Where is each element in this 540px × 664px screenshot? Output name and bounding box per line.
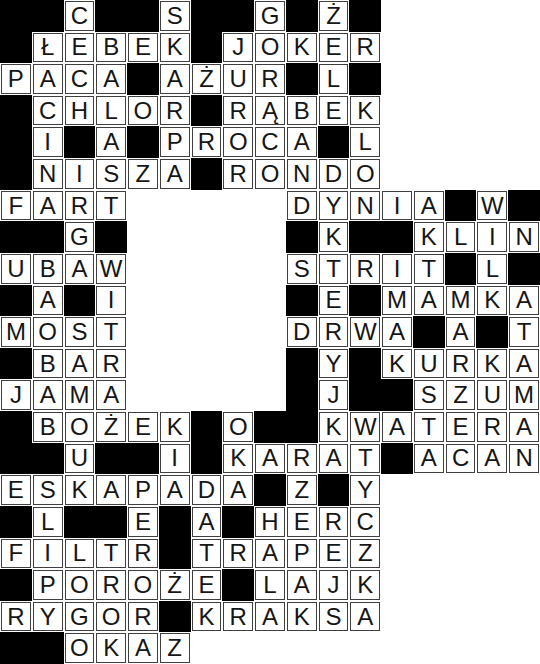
cell-r6c10[interactable]: N <box>286 158 318 190</box>
cell-r4c10[interactable]: B <box>286 95 318 127</box>
void-r21c13 <box>381 632 413 664</box>
void-r16c14 <box>413 474 445 506</box>
cell-r19c11[interactable]: J <box>318 569 350 601</box>
cell-r19c6[interactable]: Ż <box>159 569 191 601</box>
cell-r19c5[interactable]: O <box>127 569 159 601</box>
cell-r10c16[interactable]: K <box>476 285 508 317</box>
cell-r6c6[interactable]: A <box>159 158 191 190</box>
cell-r15c15[interactable]: C <box>445 443 477 475</box>
cell-r11c4[interactable]: T <box>95 316 127 348</box>
cell-r10c13[interactable]: M <box>381 285 413 317</box>
cell-r17c9[interactable]: H <box>254 506 286 538</box>
cell-r7c3[interactable]: R <box>64 190 96 222</box>
cell-r20c12[interactable]: A <box>349 601 381 633</box>
void-r6c16 <box>476 158 508 190</box>
cell-r16c7[interactable]: D <box>191 474 223 506</box>
cell-r7c1[interactable]: F <box>0 190 32 222</box>
void-r10c6 <box>159 285 191 317</box>
cell-r15c14[interactable]: A <box>413 443 445 475</box>
cell-r4c8[interactable]: R <box>222 95 254 127</box>
black-cell-r13c12 <box>349 379 381 411</box>
cell-r12c14[interactable]: U <box>413 348 445 380</box>
cell-r11c12[interactable]: W <box>349 316 381 348</box>
cell-r19c9[interactable]: L <box>254 569 286 601</box>
cell-r14c2[interactable]: B <box>32 411 64 443</box>
cell-r7c16[interactable]: W <box>476 190 508 222</box>
black-cell-r16c9 <box>254 474 286 506</box>
cell-r2c11[interactable]: E <box>318 32 350 64</box>
cell-r16c4[interactable]: A <box>95 474 127 506</box>
black-cell-r8c10 <box>286 221 318 253</box>
cell-r20c3[interactable]: G <box>64 601 96 633</box>
void-r16c17 <box>508 474 540 506</box>
cell-r17c5[interactable]: E <box>127 506 159 538</box>
void-r10c9 <box>254 285 286 317</box>
cell-r19c4[interactable]: R <box>95 569 127 601</box>
black-cell-r7c15 <box>445 190 477 222</box>
cell-r8c15[interactable]: L <box>445 221 477 253</box>
cell-r18c3[interactable]: L <box>64 538 96 570</box>
black-cell-r17c4 <box>95 506 127 538</box>
void-r11c6 <box>159 316 191 348</box>
cell-r12c13[interactable]: K <box>381 348 413 380</box>
void-r7c5 <box>127 190 159 222</box>
cell-r5c6[interactable]: P <box>159 126 191 158</box>
cell-r12c16[interactable]: K <box>476 348 508 380</box>
cell-r8c16[interactable]: I <box>476 221 508 253</box>
cell-r11c15[interactable]: A <box>445 316 477 348</box>
cell-r10c14[interactable]: A <box>413 285 445 317</box>
cell-r13c3[interactable]: M <box>64 379 96 411</box>
cell-r12c17[interactable]: A <box>508 348 540 380</box>
cell-r21c6[interactable]: Z <box>159 632 191 664</box>
void-r8c7 <box>191 221 223 253</box>
void-r3c13 <box>381 63 413 95</box>
cell-r7c12[interactable]: N <box>349 190 381 222</box>
void-r20c17 <box>508 601 540 633</box>
cell-r2c4[interactable]: B <box>95 32 127 64</box>
cell-r3c4[interactable]: A <box>95 63 127 95</box>
void-r13c8 <box>222 379 254 411</box>
cell-r13c15[interactable]: Z <box>445 379 477 411</box>
black-cell-r10c3 <box>64 285 96 317</box>
cell-r18c7[interactable]: T <box>191 538 223 570</box>
black-cell-r5c5 <box>127 126 159 158</box>
cell-r1c6[interactable]: S <box>159 0 191 32</box>
cell-r9c1[interactable]: U <box>0 253 32 285</box>
cell-r17c12[interactable]: C <box>349 506 381 538</box>
cell-r20c10[interactable]: K <box>286 601 318 633</box>
cell-r15c8[interactable]: K <box>222 443 254 475</box>
cell-r17c2[interactable]: L <box>32 506 64 538</box>
black-cell-r10c10 <box>286 285 318 317</box>
void-r7c8 <box>222 190 254 222</box>
black-cell-r2c7 <box>191 32 223 64</box>
void-r7c6 <box>159 190 191 222</box>
cell-r21c5[interactable]: A <box>127 632 159 664</box>
black-cell-r15c13 <box>381 443 413 475</box>
cell-r12c4[interactable]: R <box>95 348 127 380</box>
cell-r16c2[interactable]: S <box>32 474 64 506</box>
black-cell-r12c10 <box>286 348 318 380</box>
cell-r19c3[interactable]: O <box>64 569 96 601</box>
cell-r14c17[interactable]: A <box>508 411 540 443</box>
void-r16c15 <box>445 474 477 506</box>
cell-r5c8[interactable]: O <box>222 126 254 158</box>
cell-r13c2[interactable]: A <box>32 379 64 411</box>
void-r13c6 <box>159 379 191 411</box>
cell-r16c1[interactable]: E <box>0 474 32 506</box>
cell-r12c11[interactable]: Y <box>318 348 350 380</box>
cell-r4c2[interactable]: C <box>32 95 64 127</box>
cell-r20c4[interactable]: O <box>95 601 127 633</box>
cell-r5c2[interactable]: I <box>32 126 64 158</box>
void-r19c13 <box>381 569 413 601</box>
black-cell-r8c12 <box>349 221 381 253</box>
cell-r4c5[interactable]: O <box>127 95 159 127</box>
black-cell-r10c12 <box>349 285 381 317</box>
void-r5c14 <box>413 126 445 158</box>
cell-r14c11[interactable]: K <box>318 411 350 443</box>
cell-r10c4[interactable]: I <box>95 285 127 317</box>
void-r4c16 <box>476 95 508 127</box>
void-r8c6 <box>159 221 191 253</box>
black-cell-r1c10 <box>286 0 318 32</box>
void-r21c10 <box>286 632 318 664</box>
cell-r13c1[interactable]: J <box>0 379 32 411</box>
cell-r18c12[interactable]: Z <box>349 538 381 570</box>
cell-r9c11[interactable]: T <box>318 253 350 285</box>
black-cell-r15c1 <box>0 443 32 475</box>
cell-r20c9[interactable]: A <box>254 601 286 633</box>
cell-r15c6[interactable]: I <box>159 443 191 475</box>
cell-r14c14[interactable]: T <box>413 411 445 443</box>
cell-r4c9[interactable]: Ą <box>254 95 286 127</box>
cell-r2c9[interactable]: O <box>254 32 286 64</box>
black-cell-r1c7 <box>191 0 223 32</box>
cell-r20c2[interactable]: Y <box>32 601 64 633</box>
cell-r5c9[interactable]: C <box>254 126 286 158</box>
void-r9c7 <box>191 253 223 285</box>
void-r7c7 <box>191 190 223 222</box>
cell-r2c6[interactable]: K <box>159 32 191 64</box>
cell-r7c14[interactable]: A <box>413 190 445 222</box>
void-r18c15 <box>445 538 477 570</box>
black-cell-r13c10 <box>286 379 318 411</box>
cell-r18c2[interactable]: I <box>32 538 64 570</box>
black-cell-r17c6 <box>159 506 191 538</box>
cell-r2c10[interactable]: K <box>286 32 318 64</box>
black-cell-r21c1 <box>0 632 32 664</box>
cell-r9c13[interactable]: I <box>381 253 413 285</box>
cell-r2c12[interactable]: R <box>349 32 381 64</box>
cell-r14c15[interactable]: E <box>445 411 477 443</box>
cell-r10c2[interactable]: A <box>32 285 64 317</box>
cell-r9c12[interactable]: R <box>349 253 381 285</box>
cell-r5c7[interactable]: R <box>191 126 223 158</box>
void-r21c12 <box>349 632 381 664</box>
cell-r6c8[interactable]: R <box>222 158 254 190</box>
void-r19c15 <box>445 569 477 601</box>
void-r20c13 <box>381 601 413 633</box>
cell-r21c4[interactable]: K <box>95 632 127 664</box>
cell-r12c15[interactable]: R <box>445 348 477 380</box>
void-r16c13 <box>381 474 413 506</box>
cell-r8c3[interactable]: G <box>64 221 96 253</box>
void-r6c15 <box>445 158 477 190</box>
black-cell-r13c13 <box>381 379 413 411</box>
cell-r14c13[interactable]: A <box>381 411 413 443</box>
black-cell-r14c9 <box>254 411 286 443</box>
void-r9c5 <box>127 253 159 285</box>
void-r21c16 <box>476 632 508 664</box>
black-cell-r5c11 <box>318 126 350 158</box>
void-r5c17 <box>508 126 540 158</box>
cell-r12c3[interactable]: A <box>64 348 96 380</box>
cell-r11c3[interactable]: S <box>64 316 96 348</box>
black-cell-r8c1 <box>0 221 32 253</box>
void-r1c16 <box>476 0 508 32</box>
void-r20c14 <box>413 601 445 633</box>
void-r4c14 <box>413 95 445 127</box>
cell-r19c2[interactable]: P <box>32 569 64 601</box>
void-r12c5 <box>127 348 159 380</box>
cell-r10c11[interactable]: E <box>318 285 350 317</box>
void-r17c13 <box>381 506 413 538</box>
black-cell-r4c1 <box>0 95 32 127</box>
cell-r17c10[interactable]: E <box>286 506 318 538</box>
void-r11c5 <box>127 316 159 348</box>
cell-r14c4[interactable]: Ż <box>95 411 127 443</box>
cell-r19c10[interactable]: A <box>286 569 318 601</box>
void-r20c15 <box>445 601 477 633</box>
cell-r4c11[interactable]: E <box>318 95 350 127</box>
void-r8c9 <box>254 221 286 253</box>
void-r1c14 <box>413 0 445 32</box>
cell-r3c9[interactable]: R <box>254 63 286 95</box>
cell-r9c16[interactable]: L <box>476 253 508 285</box>
cell-r3c8[interactable]: U <box>222 63 254 95</box>
black-cell-r1c8 <box>222 0 254 32</box>
cell-r15c3[interactable]: U <box>64 443 96 475</box>
cell-r2c8[interactable]: J <box>222 32 254 64</box>
cell-r15c17[interactable]: N <box>508 443 540 475</box>
cell-r18c8[interactable]: R <box>222 538 254 570</box>
black-cell-r15c2 <box>32 443 64 475</box>
cell-r1c11[interactable]: Ż <box>318 0 350 32</box>
void-r6c17 <box>508 158 540 190</box>
cell-r9c2[interactable]: B <box>32 253 64 285</box>
void-r18c16 <box>476 538 508 570</box>
void-r17c15 <box>445 506 477 538</box>
cell-r6c4[interactable]: S <box>95 158 127 190</box>
cell-r15c9[interactable]: A <box>254 443 286 475</box>
cell-r7c4[interactable]: T <box>95 190 127 222</box>
black-cell-r9c15 <box>445 253 477 285</box>
cell-r5c10[interactable]: A <box>286 126 318 158</box>
cell-r11c11[interactable]: R <box>318 316 350 348</box>
cell-r20c11[interactable]: S <box>318 601 350 633</box>
cell-r14c12[interactable]: W <box>349 411 381 443</box>
cell-r21c3[interactable]: O <box>64 632 96 664</box>
cell-r14c5[interactable]: E <box>127 411 159 443</box>
cell-r13c11[interactable]: J <box>318 379 350 411</box>
black-cell-r19c1 <box>0 569 32 601</box>
void-r4c15 <box>445 95 477 127</box>
cell-r13c4[interactable]: A <box>95 379 127 411</box>
cell-r2c2[interactable]: Ł <box>32 32 64 64</box>
cell-r19c12[interactable]: K <box>349 569 381 601</box>
cell-r3c3[interactable]: C <box>64 63 96 95</box>
cell-r16c3[interactable]: K <box>64 474 96 506</box>
cell-r7c10[interactable]: D <box>286 190 318 222</box>
cell-r16c10[interactable]: Z <box>286 474 318 506</box>
cell-r11c13[interactable]: A <box>381 316 413 348</box>
cell-r15c12[interactable]: T <box>349 443 381 475</box>
cell-r14c3[interactable]: O <box>64 411 96 443</box>
black-cell-r17c3 <box>64 506 96 538</box>
cell-r7c2[interactable]: A <box>32 190 64 222</box>
crossword-board: CSGŻŁEBEKJOKERPACAAŻURLCHLORRĄBEKIAPROCA… <box>0 0 540 664</box>
cell-r14c8[interactable]: O <box>222 411 254 443</box>
cell-r9c3[interactable]: A <box>64 253 96 285</box>
cell-r4c6[interactable]: R <box>159 95 191 127</box>
void-r12c9 <box>254 348 286 380</box>
void-r18c13 <box>381 538 413 570</box>
cell-r3c11[interactable]: L <box>318 63 350 95</box>
cell-r15c16[interactable]: A <box>476 443 508 475</box>
black-cell-r17c1 <box>0 506 32 538</box>
cell-r13c14[interactable]: S <box>413 379 445 411</box>
void-r6c14 <box>413 158 445 190</box>
cell-r20c8[interactable]: R <box>222 601 254 633</box>
cell-r6c5[interactable]: Z <box>127 158 159 190</box>
void-r21c9 <box>254 632 286 664</box>
void-r5c15 <box>445 126 477 158</box>
cell-r17c11[interactable]: R <box>318 506 350 538</box>
cell-r6c12[interactable]: O <box>349 158 381 190</box>
cell-r9c10[interactable]: S <box>286 253 318 285</box>
black-cell-r12c1 <box>0 348 32 380</box>
cell-r20c5[interactable]: R <box>127 601 159 633</box>
cell-r2c3[interactable]: E <box>64 32 96 64</box>
void-r7c9 <box>254 190 286 222</box>
void-r10c7 <box>191 285 223 317</box>
cell-r11c1[interactable]: M <box>0 316 32 348</box>
cell-r13c17[interactable]: M <box>508 379 540 411</box>
void-r3c17 <box>508 63 540 95</box>
cell-r3c7[interactable]: Ż <box>191 63 223 95</box>
cell-r10c17[interactable]: A <box>508 285 540 317</box>
void-r5c13 <box>381 126 413 158</box>
void-r8c8 <box>222 221 254 253</box>
cell-r8c14[interactable]: K <box>413 221 445 253</box>
black-cell-r14c1 <box>0 411 32 443</box>
cell-r16c5[interactable]: P <box>127 474 159 506</box>
black-cell-r14c7 <box>191 411 223 443</box>
void-r6c13 <box>381 158 413 190</box>
cell-r16c8[interactable]: A <box>222 474 254 506</box>
cell-r9c14[interactable]: T <box>413 253 445 285</box>
cell-r18c11[interactable]: E <box>318 538 350 570</box>
void-r21c14 <box>413 632 445 664</box>
cell-r13c16[interactable]: U <box>476 379 508 411</box>
cell-r19c7[interactable]: E <box>191 569 223 601</box>
void-r5c16 <box>476 126 508 158</box>
cell-r6c9[interactable]: O <box>254 158 286 190</box>
cell-r5c12[interactable]: L <box>349 126 381 158</box>
cell-r18c1[interactable]: F <box>0 538 32 570</box>
cell-r8c17[interactable]: N <box>508 221 540 253</box>
cell-r18c5[interactable]: R <box>127 538 159 570</box>
cell-r7c11[interactable]: Y <box>318 190 350 222</box>
void-r13c7 <box>191 379 223 411</box>
void-r10c8 <box>222 285 254 317</box>
cell-r11c2[interactable]: O <box>32 316 64 348</box>
cell-r16c6[interactable]: A <box>159 474 191 506</box>
cell-r20c7[interactable]: K <box>191 601 223 633</box>
cell-r6c2[interactable]: N <box>32 158 64 190</box>
cell-r6c3[interactable]: I <box>64 158 96 190</box>
black-cell-r7c17 <box>508 190 540 222</box>
cell-r15c10[interactable]: R <box>286 443 318 475</box>
cell-r18c10[interactable]: P <box>286 538 318 570</box>
cell-r18c9[interactable]: A <box>254 538 286 570</box>
cell-r4c3[interactable]: H <box>64 95 96 127</box>
cell-r4c4[interactable]: L <box>95 95 127 127</box>
black-cell-r5c1 <box>0 126 32 158</box>
void-r13c9 <box>254 379 286 411</box>
cell-r11c10[interactable]: D <box>286 316 318 348</box>
void-r16c16 <box>476 474 508 506</box>
black-cell-r10c1 <box>0 285 32 317</box>
cell-r5c4[interactable]: A <box>95 126 127 158</box>
cell-r15c11[interactable]: A <box>318 443 350 475</box>
cell-r2c5[interactable]: E <box>127 32 159 64</box>
cell-r10c15[interactable]: M <box>445 285 477 317</box>
void-r11c7 <box>191 316 223 348</box>
black-cell-r8c2 <box>32 221 64 253</box>
void-r21c15 <box>445 632 477 664</box>
cell-r14c6[interactable]: K <box>159 411 191 443</box>
cell-r12c2[interactable]: B <box>32 348 64 380</box>
black-cell-r4c7 <box>191 95 223 127</box>
cell-r7c13[interactable]: I <box>381 190 413 222</box>
cell-r6c11[interactable]: D <box>318 158 350 190</box>
cell-r4c12[interactable]: K <box>349 95 381 127</box>
void-r9c8 <box>222 253 254 285</box>
cell-r17c7[interactable]: A <box>191 506 223 538</box>
cell-r20c1[interactable]: R <box>0 601 32 633</box>
void-r20c16 <box>476 601 508 633</box>
black-cell-r14c10 <box>286 411 318 443</box>
cell-r16c12[interactable]: Y <box>349 474 381 506</box>
void-r2c15 <box>445 32 477 64</box>
cell-r3c2[interactable]: A <box>32 63 64 95</box>
void-r1c13 <box>381 0 413 32</box>
cell-r9c4[interactable]: W <box>95 253 127 285</box>
cell-r14c16[interactable]: R <box>476 411 508 443</box>
cell-r1c3[interactable]: C <box>64 0 96 32</box>
black-cell-r1c1 <box>0 0 32 32</box>
cell-r3c1[interactable]: P <box>0 63 32 95</box>
cell-r11c17[interactable]: T <box>508 316 540 348</box>
cell-r18c4[interactable]: T <box>95 538 127 570</box>
cell-r3c6[interactable]: A <box>159 63 191 95</box>
black-cell-r3c12 <box>349 63 381 95</box>
cell-r1c9[interactable]: G <box>254 0 286 32</box>
cell-r8c11[interactable]: K <box>318 221 350 253</box>
